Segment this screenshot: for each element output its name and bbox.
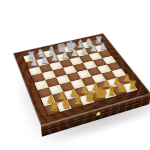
silver-rook: ♜ <box>89 36 109 45</box>
chess-box: ♜♞♝♛♚♝♞♜♟♟♟♟♟♟♟♟♟♟♟♟♟♟♟♟♜♞♝♛♚♝♞♜ <box>13 33 150 126</box>
chess-set-photo: ♜♞♝♛♚♝♞♜♟♟♟♟♟♟♟♟♟♟♟♟♟♟♟♟♜♞♝♛♚♝♞♜ <box>0 0 150 150</box>
gold-pawn: ♟ <box>115 74 138 83</box>
latch-pin-icon <box>96 111 100 116</box>
square-a4 <box>34 80 48 90</box>
square-c4 <box>56 75 70 85</box>
